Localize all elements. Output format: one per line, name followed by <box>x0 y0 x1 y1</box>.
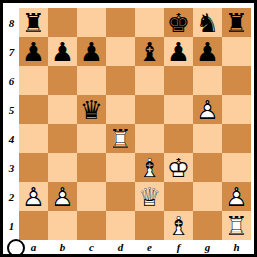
white-bishop[interactable]: ♝♗ <box>135 153 164 182</box>
square-g6[interactable] <box>193 66 222 95</box>
black-pawn[interactable]: ♟ <box>19 37 48 66</box>
square-e2[interactable]: ♛♕ <box>135 182 164 211</box>
piece-outline: ♖ <box>222 211 251 240</box>
square-a5[interactable] <box>19 95 48 124</box>
rank-label-3: 3 <box>5 153 18 182</box>
square-f1[interactable]: ♝♗ <box>164 211 193 240</box>
white-pawn[interactable]: ♟♙ <box>222 182 251 211</box>
piece-glyph: ♟ <box>193 37 222 66</box>
square-g7[interactable]: ♟ <box>193 37 222 66</box>
piece-glyph: ♟ <box>77 37 106 66</box>
rank-label-1: 1 <box>5 211 18 240</box>
black-pawn[interactable]: ♟ <box>193 37 222 66</box>
piece-outline: ♙ <box>222 182 251 211</box>
square-c7[interactable]: ♟ <box>77 37 106 66</box>
square-a1[interactable] <box>19 211 48 240</box>
square-e7[interactable]: ♝ <box>135 37 164 66</box>
rank-label-6: 6 <box>5 66 18 95</box>
white-pawn[interactable]: ♟♙ <box>19 182 48 211</box>
piece-glyph: ♚ <box>164 8 193 37</box>
rank-label-2: 2 <box>5 182 18 211</box>
file-label-g: g <box>193 239 222 255</box>
square-g4[interactable] <box>193 124 222 153</box>
square-e1[interactable] <box>135 211 164 240</box>
square-b2[interactable]: ♟♙ <box>48 182 77 211</box>
square-g2[interactable] <box>193 182 222 211</box>
rank-labels: 87654321 <box>5 8 18 240</box>
square-e5[interactable] <box>135 95 164 124</box>
square-f7[interactable]: ♟ <box>164 37 193 66</box>
square-b8[interactable] <box>48 8 77 37</box>
square-a6[interactable] <box>19 66 48 95</box>
piece-glyph: ♛ <box>77 95 106 124</box>
side-to-move-indicator <box>7 239 25 257</box>
white-bishop[interactable]: ♝♗ <box>164 211 193 240</box>
square-h1[interactable]: ♜♖ <box>222 211 251 240</box>
square-h3[interactable] <box>222 153 251 182</box>
square-d6[interactable] <box>106 66 135 95</box>
square-d5[interactable] <box>106 95 135 124</box>
chessboard-frame: 87654321 ♜♚♞♜♟♟♟♝♟♟♛♟♙♜♖♝♗♚♔♟♙♟♙♛♕♟♙♝♗♜♖… <box>0 0 257 257</box>
rank-label-7: 7 <box>5 37 18 66</box>
file-labels: abcdefgh <box>19 239 251 255</box>
square-h2[interactable]: ♟♙ <box>222 182 251 211</box>
black-pawn[interactable]: ♟ <box>48 37 77 66</box>
piece-outline: ♙ <box>48 182 77 211</box>
square-f8[interactable]: ♚ <box>164 8 193 37</box>
white-pawn[interactable]: ♟♙ <box>193 95 222 124</box>
square-f5[interactable] <box>164 95 193 124</box>
piece-outline: ♔ <box>164 153 193 182</box>
square-a2[interactable]: ♟♙ <box>19 182 48 211</box>
square-h6[interactable] <box>222 66 251 95</box>
square-f4[interactable] <box>164 124 193 153</box>
square-g8[interactable]: ♞ <box>193 8 222 37</box>
rank-label-5: 5 <box>5 95 18 124</box>
piece-outline: ♙ <box>19 182 48 211</box>
square-a3[interactable] <box>19 153 48 182</box>
square-e3[interactable]: ♝♗ <box>135 153 164 182</box>
white-rook[interactable]: ♜♖ <box>222 211 251 240</box>
black-knight[interactable]: ♞ <box>193 8 222 37</box>
square-h8[interactable]: ♜ <box>222 8 251 37</box>
black-pawn[interactable]: ♟ <box>77 37 106 66</box>
file-label-h: h <box>222 239 251 255</box>
square-f6[interactable] <box>164 66 193 95</box>
piece-glyph: ♜ <box>222 8 251 37</box>
square-e6[interactable] <box>135 66 164 95</box>
piece-outline: ♗ <box>164 211 193 240</box>
square-c2[interactable] <box>77 182 106 211</box>
piece-glyph: ♟ <box>164 37 193 66</box>
piece-glyph: ♝ <box>135 37 164 66</box>
square-c5[interactable]: ♛ <box>77 95 106 124</box>
square-b6[interactable] <box>48 66 77 95</box>
square-d4[interactable]: ♜♖ <box>106 124 135 153</box>
square-e4[interactable] <box>135 124 164 153</box>
black-pawn[interactable]: ♟ <box>164 37 193 66</box>
square-a7[interactable]: ♟ <box>19 37 48 66</box>
rank-label-8: 8 <box>5 8 18 37</box>
square-a4[interactable] <box>19 124 48 153</box>
white-rook[interactable]: ♜♖ <box>106 124 135 153</box>
black-rook[interactable]: ♜ <box>19 8 48 37</box>
file-label-e: e <box>135 239 164 255</box>
square-d7[interactable] <box>106 37 135 66</box>
square-d3[interactable] <box>106 153 135 182</box>
white-pawn[interactable]: ♟♙ <box>48 182 77 211</box>
square-f2[interactable] <box>164 182 193 211</box>
square-d2[interactable] <box>106 182 135 211</box>
black-queen[interactable]: ♛ <box>77 95 106 124</box>
piece-glyph: ♟ <box>48 37 77 66</box>
square-g5[interactable]: ♟♙ <box>193 95 222 124</box>
rank-label-4: 4 <box>5 124 18 153</box>
piece-glyph: ♟ <box>19 37 48 66</box>
square-d8[interactable] <box>106 8 135 37</box>
file-label-d: d <box>106 239 135 255</box>
black-king[interactable]: ♚ <box>164 8 193 37</box>
square-b5[interactable] <box>48 95 77 124</box>
piece-outline: ♙ <box>193 95 222 124</box>
square-b1[interactable] <box>48 211 77 240</box>
file-label-f: f <box>164 239 193 255</box>
square-e8[interactable] <box>135 8 164 37</box>
white-king[interactable]: ♚♔ <box>164 153 193 182</box>
board: ♜♚♞♜♟♟♟♝♟♟♛♟♙♜♖♝♗♚♔♟♙♟♙♛♕♟♙♝♗♜♖ <box>19 8 251 240</box>
black-bishop[interactable]: ♝ <box>135 37 164 66</box>
square-b3[interactable] <box>48 153 77 182</box>
square-f3[interactable]: ♚♔ <box>164 153 193 182</box>
file-label-c: c <box>77 239 106 255</box>
square-h5[interactable] <box>222 95 251 124</box>
piece-outline: ♖ <box>106 124 135 153</box>
file-label-b: b <box>48 239 77 255</box>
square-c3[interactable] <box>77 153 106 182</box>
square-c4[interactable] <box>77 124 106 153</box>
piece-outline: ♕ <box>135 182 164 211</box>
white-queen[interactable]: ♛♕ <box>135 182 164 211</box>
square-h4[interactable] <box>222 124 251 153</box>
square-a8[interactable]: ♜ <box>19 8 48 37</box>
square-c1[interactable] <box>77 211 106 240</box>
square-b7[interactable]: ♟ <box>48 37 77 66</box>
black-rook[interactable]: ♜ <box>222 8 251 37</box>
square-b4[interactable] <box>48 124 77 153</box>
square-h7[interactable] <box>222 37 251 66</box>
square-g1[interactable] <box>193 211 222 240</box>
square-c6[interactable] <box>77 66 106 95</box>
piece-glyph: ♞ <box>193 8 222 37</box>
square-d1[interactable] <box>106 211 135 240</box>
piece-glyph: ♜ <box>19 8 48 37</box>
square-g3[interactable] <box>193 153 222 182</box>
piece-outline: ♗ <box>135 153 164 182</box>
square-c8[interactable] <box>77 8 106 37</box>
